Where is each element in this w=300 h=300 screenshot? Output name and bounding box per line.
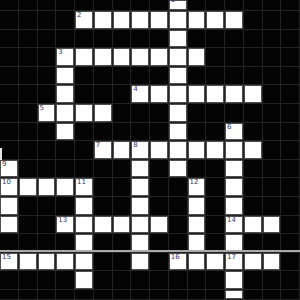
- cell-r5c12[interactable]: [225, 85, 244, 104]
- cell-r6c2[interactable]: 5: [38, 104, 57, 123]
- cell-r15c0: [0, 271, 19, 290]
- cell-r14c4[interactable]: [75, 253, 94, 272]
- cell-r3c0: [0, 48, 19, 67]
- cell-r4c8: [150, 67, 169, 86]
- cell-r0c12: [225, 0, 244, 11]
- cell-r12c13[interactable]: [244, 216, 263, 235]
- cell-r11c10[interactable]: [188, 197, 207, 216]
- crossword-board: 1234567891011121314151617: [0, 0, 300, 300]
- clue-number-2: 2: [77, 12, 81, 19]
- cell-r4c0: [0, 67, 19, 86]
- cell-r10c5: [94, 178, 113, 197]
- cell-r3c6[interactable]: [113, 48, 132, 67]
- cell-r6c12: [225, 104, 244, 123]
- cell-r8c8[interactable]: [150, 141, 169, 160]
- cell-r6c0: [0, 104, 19, 123]
- cell-r0c0: [0, 0, 19, 11]
- clue-number-6: 6: [227, 124, 231, 131]
- cell-r0c2: [38, 0, 57, 11]
- cell-r9c7[interactable]: [131, 160, 150, 179]
- cell-r7c3[interactable]: [56, 123, 75, 142]
- cell-r3c15: [281, 48, 300, 67]
- cell-r4c7: [131, 67, 150, 86]
- cell-r2c6: [113, 30, 132, 49]
- cell-r15c10: [188, 271, 207, 290]
- cell-r11c5: [94, 197, 113, 216]
- cell-r3c2: [38, 48, 57, 67]
- cell-r7c11: [206, 123, 225, 142]
- cell-r1c11[interactable]: [206, 11, 225, 30]
- cell-r12c5[interactable]: [94, 216, 113, 235]
- cell-r11c6: [113, 197, 132, 216]
- cell-r6c15: [281, 104, 300, 123]
- clue-number-16: 16: [171, 254, 180, 261]
- cell-r7c10: [188, 123, 207, 142]
- cell-r15c8: [150, 271, 169, 290]
- cell-r0c13: [244, 0, 263, 11]
- cell-r5c2: [38, 85, 57, 104]
- cell-r11c8: [150, 197, 169, 216]
- cell-r3c1: [19, 48, 38, 67]
- left-edge-artifact: [0, 148, 2, 160]
- cell-r10c9: [169, 178, 188, 197]
- cell-r14c12[interactable]: 17: [225, 253, 244, 272]
- cell-r8c5[interactable]: 7: [94, 141, 113, 160]
- cell-r9c4: [75, 160, 94, 179]
- cell-r9c6: [113, 160, 132, 179]
- cell-r10c14: [263, 178, 282, 197]
- cell-r8c12[interactable]: [225, 141, 244, 160]
- cell-r9c0[interactable]: 9: [0, 160, 19, 179]
- cell-r5c13[interactable]: [244, 85, 263, 104]
- cell-r10c11: [206, 178, 225, 197]
- cell-r8c14: [263, 141, 282, 160]
- cell-r15c6: [113, 271, 132, 290]
- cell-r0c8: [150, 0, 169, 11]
- cell-r7c9[interactable]: [169, 123, 188, 142]
- clue-number-11: 11: [77, 179, 86, 186]
- cell-r5c5: [94, 85, 113, 104]
- cell-r15c13: [244, 271, 263, 290]
- cell-r3c7[interactable]: [131, 48, 150, 67]
- cell-r10c7[interactable]: [131, 178, 150, 197]
- cell-r12c8[interactable]: [150, 216, 169, 235]
- cell-r4c15: [281, 67, 300, 86]
- cell-r16c0: [0, 290, 19, 300]
- cell-r4c14: [263, 67, 282, 86]
- cell-r0c3: [56, 0, 75, 11]
- clue-number-1: 1: [171, 0, 175, 4]
- cell-r8c4: [75, 141, 94, 160]
- cell-r11c9: [169, 197, 188, 216]
- cell-r2c7: [131, 30, 150, 49]
- cell-r2c1: [19, 30, 38, 49]
- cell-r14c13[interactable]: [244, 253, 263, 272]
- cell-r15c15: [281, 271, 300, 290]
- cell-r16c10: [188, 290, 207, 300]
- cell-r2c5: [94, 30, 113, 49]
- cell-r2c9[interactable]: [169, 30, 188, 49]
- cell-r5c10[interactable]: [188, 85, 207, 104]
- cell-r0c14: [263, 0, 282, 11]
- cell-r10c0[interactable]: 10: [0, 178, 19, 197]
- crossword-grid: 1234567891011121314151617: [0, 0, 300, 300]
- cell-r16c8: [150, 290, 169, 300]
- cell-r5c7[interactable]: 4: [131, 85, 150, 104]
- cell-r1c12[interactable]: [225, 11, 244, 30]
- cell-r12c4[interactable]: [75, 216, 94, 235]
- cell-r16c6: [113, 290, 132, 300]
- cell-r2c8: [150, 30, 169, 49]
- cell-r4c9[interactable]: [169, 67, 188, 86]
- cell-r10c1[interactable]: [19, 178, 38, 197]
- cell-r6c3[interactable]: [56, 104, 75, 123]
- cell-r4c1: [19, 67, 38, 86]
- cell-r12c10[interactable]: [188, 216, 207, 235]
- cell-r12c12[interactable]: 14: [225, 216, 244, 235]
- cell-r6c13: [244, 104, 263, 123]
- cell-r7c0: [0, 123, 19, 142]
- cell-r16c3: [56, 290, 75, 300]
- cell-r14c8: [150, 253, 169, 272]
- cell-r9c5: [94, 160, 113, 179]
- cell-r12c11: [206, 216, 225, 235]
- cell-r8c11[interactable]: [206, 141, 225, 160]
- cell-r7c12[interactable]: 6: [225, 123, 244, 142]
- cell-r2c3: [56, 30, 75, 49]
- cell-r16c7: [131, 290, 150, 300]
- cell-r16c4: [75, 290, 94, 300]
- cell-r15c2: [38, 271, 57, 290]
- cell-r9c13: [244, 160, 263, 179]
- cell-r8c9[interactable]: [169, 141, 188, 160]
- cell-r11c13: [244, 197, 263, 216]
- cell-r8c10[interactable]: [188, 141, 207, 160]
- cell-r0c15: [281, 0, 300, 11]
- cell-r9c11: [206, 160, 225, 179]
- cell-r0c11: [206, 0, 225, 11]
- cell-r6c5[interactable]: [94, 104, 113, 123]
- cell-r15c1: [19, 271, 38, 290]
- cell-r10c6: [113, 178, 132, 197]
- cell-r7c5: [94, 123, 113, 142]
- cell-r2c12: [225, 30, 244, 49]
- cell-r5c3[interactable]: [56, 85, 75, 104]
- cell-r9c8: [150, 160, 169, 179]
- cell-r2c15: [281, 30, 300, 49]
- cell-r1c15: [281, 11, 300, 30]
- cell-r2c10: [188, 30, 207, 49]
- cell-r7c4: [75, 123, 94, 142]
- cell-r14c10[interactable]: [188, 253, 207, 272]
- cell-r5c1: [19, 85, 38, 104]
- clue-number-10: 10: [2, 179, 11, 186]
- cell-r0c6: [113, 0, 132, 11]
- cell-r2c11: [206, 30, 225, 49]
- cell-r16c14: [263, 290, 282, 300]
- separator-line: [0, 250, 300, 252]
- cell-r14c11[interactable]: [206, 253, 225, 272]
- cell-r7c6: [113, 123, 132, 142]
- clue-number-4: 4: [133, 86, 137, 93]
- cell-r4c10: [188, 67, 207, 86]
- cell-r14c3[interactable]: [56, 253, 75, 272]
- cell-r16c9: [169, 290, 188, 300]
- clue-number-5: 5: [40, 105, 44, 112]
- cell-r1c0: [0, 11, 19, 30]
- cell-r14c6: [113, 253, 132, 272]
- cell-r2c2: [38, 30, 57, 49]
- cell-r5c0: [0, 85, 19, 104]
- cell-r8c13[interactable]: [244, 141, 263, 160]
- cell-r12c7[interactable]: [131, 216, 150, 235]
- cell-r8c2: [38, 141, 57, 160]
- cell-r9c12[interactable]: [225, 160, 244, 179]
- cell-r9c14: [263, 160, 282, 179]
- cell-r8c7[interactable]: 8: [131, 141, 150, 160]
- cell-r7c7: [131, 123, 150, 142]
- cell-r4c6: [113, 67, 132, 86]
- cell-r5c11[interactable]: [206, 85, 225, 104]
- cell-r4c12: [225, 67, 244, 86]
- cell-r0c9[interactable]: 1: [169, 0, 188, 11]
- cell-r6c8: [150, 104, 169, 123]
- cell-r1c14: [263, 11, 282, 30]
- cell-r7c1: [19, 123, 38, 142]
- cell-r4c11: [206, 67, 225, 86]
- cell-r2c13: [244, 30, 263, 49]
- cell-r1c9[interactable]: [169, 11, 188, 30]
- cell-r8c15: [281, 141, 300, 160]
- cell-r12c0[interactable]: [0, 216, 19, 235]
- cell-r3c9[interactable]: [169, 48, 188, 67]
- cell-r10c4[interactable]: 11: [75, 178, 94, 197]
- cell-r1c4[interactable]: 2: [75, 11, 94, 30]
- cell-r8c1: [19, 141, 38, 160]
- cell-r7c8: [150, 123, 169, 142]
- cell-r16c15: [281, 290, 300, 300]
- cell-r1c10[interactable]: [188, 11, 207, 30]
- cell-r4c4: [75, 67, 94, 86]
- cell-r12c6[interactable]: [113, 216, 132, 235]
- cell-r6c14: [263, 104, 282, 123]
- cell-r10c3[interactable]: [56, 178, 75, 197]
- cell-r6c10: [188, 104, 207, 123]
- cell-r16c1: [19, 290, 38, 300]
- cell-r12c2: [38, 216, 57, 235]
- cell-r15c5: [94, 271, 113, 290]
- clue-number-17: 17: [227, 254, 236, 261]
- cell-r11c12[interactable]: [225, 197, 244, 216]
- cell-r2c0: [0, 30, 19, 49]
- cell-r4c5: [94, 67, 113, 86]
- cell-r9c10: [188, 160, 207, 179]
- cell-r4c3[interactable]: [56, 67, 75, 86]
- cell-r10c2[interactable]: [38, 178, 57, 197]
- cell-r16c13: [244, 290, 263, 300]
- cell-r6c6: [113, 104, 132, 123]
- cell-r12c14[interactable]: [263, 216, 282, 235]
- cell-r7c2: [38, 123, 57, 142]
- cell-r5c14: [263, 85, 282, 104]
- cell-r15c3: [56, 271, 75, 290]
- cell-r11c1: [19, 197, 38, 216]
- cell-r16c5: [94, 290, 113, 300]
- cell-r3c13: [244, 48, 263, 67]
- cell-r14c7[interactable]: [131, 253, 150, 272]
- cell-r8c0: [0, 141, 19, 160]
- cell-r1c1: [19, 11, 38, 30]
- cell-r11c15: [281, 197, 300, 216]
- cell-r4c2: [38, 67, 57, 86]
- cell-r1c8[interactable]: [150, 11, 169, 30]
- cell-r9c9[interactable]: [169, 160, 188, 179]
- cell-r11c2: [38, 197, 57, 216]
- cell-r3c12: [225, 48, 244, 67]
- cell-r3c4[interactable]: [75, 48, 94, 67]
- cell-r1c3: [56, 11, 75, 30]
- cell-r5c15: [281, 85, 300, 104]
- cell-r15c4[interactable]: [75, 271, 94, 290]
- cell-r8c6[interactable]: [113, 141, 132, 160]
- cell-r5c4: [75, 85, 94, 104]
- cell-r15c14: [263, 271, 282, 290]
- cell-r12c15: [281, 216, 300, 235]
- cell-r9c15: [281, 160, 300, 179]
- cell-r1c7[interactable]: [131, 11, 150, 30]
- cell-r14c0[interactable]: 15: [0, 253, 19, 272]
- cell-r11c14: [263, 197, 282, 216]
- cell-r5c8[interactable]: [150, 85, 169, 104]
- cell-r14c14[interactable]: [263, 253, 282, 272]
- cell-r5c6: [113, 85, 132, 104]
- cell-r14c15: [281, 253, 300, 272]
- cell-r0c7: [131, 0, 150, 11]
- cell-r10c8: [150, 178, 169, 197]
- cell-r0c1: [19, 0, 38, 11]
- clue-number-12: 12: [190, 179, 199, 186]
- clue-number-7: 7: [96, 142, 100, 149]
- cell-r3c8[interactable]: [150, 48, 169, 67]
- cell-r1c2: [38, 11, 57, 30]
- cell-r0c5: [94, 0, 113, 11]
- cell-r6c11: [206, 104, 225, 123]
- cell-r16c11: [206, 290, 225, 300]
- cell-r0c10: [188, 0, 207, 11]
- cell-r6c7: [131, 104, 150, 123]
- clue-number-13: 13: [58, 217, 67, 224]
- cell-r15c9: [169, 271, 188, 290]
- clue-number-14: 14: [227, 217, 236, 224]
- cell-r7c14: [263, 123, 282, 142]
- cell-r6c4[interactable]: [75, 104, 94, 123]
- cell-r14c5: [94, 253, 113, 272]
- cell-r3c5[interactable]: [94, 48, 113, 67]
- cell-r3c11: [206, 48, 225, 67]
- cell-r2c14: [263, 30, 282, 49]
- cell-r10c15: [281, 178, 300, 197]
- cell-r6c1: [19, 104, 38, 123]
- cell-r6c9[interactable]: [169, 104, 188, 123]
- cell-r4c13: [244, 67, 263, 86]
- cell-r7c15: [281, 123, 300, 142]
- cell-r3c10[interactable]: [188, 48, 207, 67]
- cell-r1c5[interactable]: [94, 11, 113, 30]
- cell-r0c4: [75, 0, 94, 11]
- cell-r11c4[interactable]: [75, 197, 94, 216]
- cell-r11c7[interactable]: [131, 197, 150, 216]
- cell-r12c9: [169, 216, 188, 235]
- cell-r2c4: [75, 30, 94, 49]
- cell-r8c3: [56, 141, 75, 160]
- cell-r1c6[interactable]: [113, 11, 132, 30]
- cell-r11c0[interactable]: [0, 197, 19, 216]
- cell-r12c1: [19, 216, 38, 235]
- cell-r9c3: [56, 160, 75, 179]
- cell-r16c12[interactable]: [225, 290, 244, 300]
- clue-number-9: 9: [2, 161, 6, 168]
- cell-r3c14: [263, 48, 282, 67]
- cell-r1c13: [244, 11, 263, 30]
- cell-r5c9[interactable]: [169, 85, 188, 104]
- cell-r11c11: [206, 197, 225, 216]
- cell-r15c7: [131, 271, 150, 290]
- clue-number-15: 15: [2, 254, 11, 261]
- cell-r3c3[interactable]: 3: [56, 48, 75, 67]
- cell-r14c1[interactable]: [19, 253, 38, 272]
- cell-r12c3[interactable]: 13: [56, 216, 75, 235]
- cell-r10c10[interactable]: 12: [188, 178, 207, 197]
- cell-r14c9[interactable]: 16: [169, 253, 188, 272]
- clue-number-3: 3: [58, 49, 62, 56]
- cell-r9c1: [19, 160, 38, 179]
- cell-r11c3: [56, 197, 75, 216]
- cell-r9c2: [38, 160, 57, 179]
- cell-r16c2: [38, 290, 57, 300]
- cell-r14c2[interactable]: [38, 253, 57, 272]
- cell-r15c11: [206, 271, 225, 290]
- cell-r10c13: [244, 178, 263, 197]
- cell-r7c13: [244, 123, 263, 142]
- cell-r10c12[interactable]: [225, 178, 244, 197]
- cell-r15c12[interactable]: [225, 271, 244, 290]
- clue-number-8: 8: [133, 142, 137, 149]
